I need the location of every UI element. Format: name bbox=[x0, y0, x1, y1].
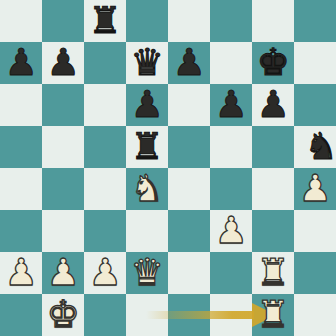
square-e2[interactable] bbox=[168, 252, 210, 294]
square-h6[interactable] bbox=[294, 84, 336, 126]
square-b5[interactable] bbox=[42, 126, 84, 168]
square-a6[interactable] bbox=[0, 84, 42, 126]
square-c5[interactable] bbox=[84, 126, 126, 168]
square-e5[interactable] bbox=[168, 126, 210, 168]
square-c3[interactable] bbox=[84, 210, 126, 252]
white-pawn-c2[interactable]: ♟ bbox=[84, 252, 126, 294]
square-h7[interactable] bbox=[294, 42, 336, 84]
black-pawn-d6[interactable]: ♟ bbox=[126, 84, 168, 126]
black-pawn-a7[interactable]: ♟ bbox=[0, 42, 42, 84]
black-pawn-g6[interactable]: ♟ bbox=[252, 84, 294, 126]
square-f7[interactable] bbox=[210, 42, 252, 84]
square-f8[interactable] bbox=[210, 0, 252, 42]
square-g8[interactable] bbox=[252, 0, 294, 42]
square-b6[interactable] bbox=[42, 84, 84, 126]
square-g4[interactable] bbox=[252, 168, 294, 210]
square-d3[interactable] bbox=[126, 210, 168, 252]
square-h3[interactable] bbox=[294, 210, 336, 252]
square-a8[interactable] bbox=[0, 0, 42, 42]
white-king-b1[interactable]: ♚ bbox=[42, 294, 84, 336]
black-pawn-b7[interactable]: ♟ bbox=[42, 42, 84, 84]
square-e6[interactable] bbox=[168, 84, 210, 126]
square-a4[interactable] bbox=[0, 168, 42, 210]
black-pawn-e7[interactable]: ♟ bbox=[168, 42, 210, 84]
white-queen-d2[interactable]: ♛ bbox=[126, 252, 168, 294]
square-c7[interactable] bbox=[84, 42, 126, 84]
white-pawn-f3[interactable]: ♟ bbox=[210, 210, 252, 252]
white-rook-g2[interactable]: ♜ bbox=[252, 252, 294, 294]
square-b8[interactable] bbox=[42, 0, 84, 42]
square-a3[interactable] bbox=[0, 210, 42, 252]
square-g5[interactable] bbox=[252, 126, 294, 168]
square-h1[interactable] bbox=[294, 294, 336, 336]
square-h8[interactable] bbox=[294, 0, 336, 42]
square-f1[interactable] bbox=[210, 294, 252, 336]
square-e1[interactable] bbox=[168, 294, 210, 336]
square-e4[interactable] bbox=[168, 168, 210, 210]
black-knight-h5[interactable]: ♞ bbox=[300, 126, 336, 168]
black-king-g7[interactable]: ♚ bbox=[252, 42, 294, 84]
white-knight-d4[interactable]: ♞ bbox=[126, 168, 168, 210]
square-e8[interactable] bbox=[168, 0, 210, 42]
square-d8[interactable] bbox=[126, 0, 168, 42]
chess-board: ♜♟♟♛♟♚♟♟♟♜♞♞♟♟♟♟♟♛♜♚♜ bbox=[0, 0, 336, 336]
white-rook-g1[interactable]: ♜ bbox=[252, 294, 294, 336]
square-f4[interactable] bbox=[210, 168, 252, 210]
black-queen-d7[interactable]: ♛ bbox=[126, 42, 168, 84]
square-f2[interactable] bbox=[210, 252, 252, 294]
black-rook-d5[interactable]: ♜ bbox=[126, 126, 168, 168]
square-c1[interactable] bbox=[84, 294, 126, 336]
white-pawn-h4[interactable]: ♟ bbox=[294, 168, 336, 210]
black-rook-c8[interactable]: ♜ bbox=[84, 0, 126, 42]
white-pawn-a2[interactable]: ♟ bbox=[0, 252, 42, 294]
black-pawn-f6[interactable]: ♟ bbox=[210, 84, 252, 126]
white-pawn-b2[interactable]: ♟ bbox=[42, 252, 84, 294]
square-b3[interactable] bbox=[42, 210, 84, 252]
square-d1[interactable] bbox=[126, 294, 168, 336]
square-e3[interactable] bbox=[168, 210, 210, 252]
square-a1[interactable] bbox=[0, 294, 42, 336]
square-c4[interactable] bbox=[84, 168, 126, 210]
square-c6[interactable] bbox=[84, 84, 126, 126]
square-g3[interactable] bbox=[252, 210, 294, 252]
square-h2[interactable] bbox=[294, 252, 336, 294]
square-b4[interactable] bbox=[42, 168, 84, 210]
square-f5[interactable] bbox=[210, 126, 252, 168]
square-a5[interactable] bbox=[0, 126, 42, 168]
